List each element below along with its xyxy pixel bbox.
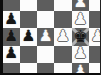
square-f5[interactable] bbox=[89, 0, 100, 11]
square-b4[interactable] bbox=[20, 11, 37, 28]
square-a2[interactable]: ♟ bbox=[3, 46, 20, 63]
square-d3[interactable]: ♟ bbox=[54, 28, 71, 45]
square-c3[interactable]: ♟ bbox=[37, 28, 54, 45]
square-a4[interactable]: ♟ bbox=[3, 11, 20, 28]
black-king: ♚ bbox=[73, 29, 88, 46]
white-pawn: ♟ bbox=[56, 29, 70, 45]
white-pawn: ♟ bbox=[73, 46, 87, 62]
black-pawn: ♟ bbox=[4, 29, 18, 45]
square-a3[interactable]: ♟ bbox=[3, 28, 20, 45]
square-f3[interactable]: ♟ bbox=[89, 28, 100, 45]
square-c2[interactable] bbox=[37, 46, 54, 63]
square-b5[interactable] bbox=[20, 0, 37, 11]
square-f4[interactable] bbox=[89, 11, 100, 28]
square-e2[interactable]: ♟ bbox=[72, 46, 89, 63]
square-d5[interactable] bbox=[54, 0, 71, 11]
white-pawn: ♟ bbox=[91, 29, 100, 45]
square-e4[interactable]: ♟ bbox=[72, 11, 89, 28]
chess-board-viewport: ♟♟♟♟♟♟♟♚♟♟♟♟ bbox=[0, 0, 100, 75]
black-pawn: ♟ bbox=[4, 12, 18, 28]
black-pawn: ♟ bbox=[4, 46, 18, 62]
square-f2[interactable] bbox=[89, 46, 100, 63]
square-b2[interactable] bbox=[20, 46, 37, 63]
square-e5[interactable]: ♟ bbox=[72, 0, 89, 11]
black-pawn: ♟ bbox=[21, 29, 35, 45]
board-border-bottom bbox=[0, 73, 100, 75]
square-d2[interactable] bbox=[54, 46, 71, 63]
square-d4[interactable] bbox=[54, 11, 71, 28]
square-c4[interactable] bbox=[37, 11, 54, 28]
white-pawn: ♟ bbox=[73, 12, 87, 28]
board-border-left bbox=[0, 0, 3, 75]
white-pawn: ♟ bbox=[39, 29, 53, 45]
square-a5[interactable] bbox=[3, 0, 20, 11]
square-e3[interactable]: ♚ bbox=[72, 28, 89, 45]
white-pawn: ♟ bbox=[73, 0, 87, 10]
square-b3[interactable]: ♟ bbox=[20, 28, 37, 45]
square-c5[interactable] bbox=[37, 0, 54, 11]
chess-board: ♟♟♟♟♟♟♟♚♟♟♟♟ bbox=[3, 0, 101, 75]
